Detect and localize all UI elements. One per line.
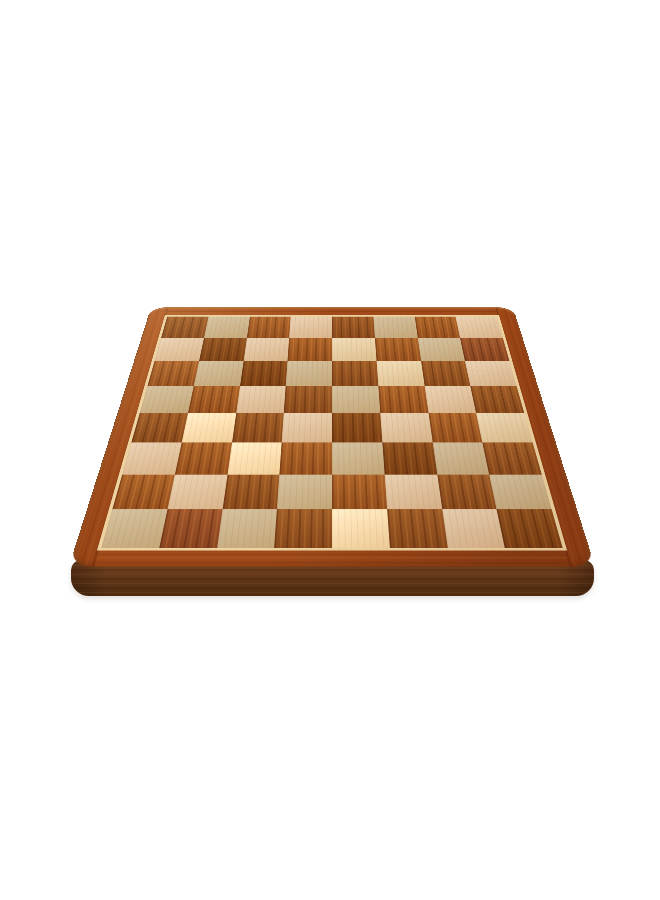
board-square — [428, 413, 482, 442]
board-square — [182, 413, 236, 442]
board-square — [332, 442, 384, 474]
page-background: { "game": "chess", "description": "Angle… — [0, 0, 660, 900]
board-square — [199, 338, 247, 361]
chess-board — [69, 307, 596, 567]
board-square — [131, 413, 187, 442]
board-square — [384, 474, 441, 509]
board-square — [421, 361, 471, 386]
board-square — [332, 338, 376, 361]
board-square — [376, 361, 424, 386]
board-square — [227, 442, 282, 474]
board-perspective-scene — [52, 133, 612, 693]
board-square — [289, 317, 332, 338]
board-square — [378, 386, 428, 413]
board-square — [167, 474, 227, 509]
board-square — [147, 361, 198, 386]
board-square — [442, 509, 505, 548]
board-square — [332, 474, 387, 509]
board-square — [432, 442, 489, 474]
board-square — [332, 509, 390, 548]
board-square — [332, 413, 382, 442]
board-square — [424, 386, 476, 413]
board-square — [217, 509, 277, 548]
board-square — [159, 509, 222, 548]
board-square — [437, 474, 497, 509]
board-square — [161, 317, 208, 338]
board-square — [247, 317, 291, 338]
board-square — [194, 361, 244, 386]
board-square — [417, 338, 465, 361]
board-square — [188, 386, 240, 413]
board-square — [101, 509, 167, 548]
board-square — [243, 338, 289, 361]
board-square — [489, 474, 551, 509]
board-square — [460, 338, 509, 361]
board-square — [236, 386, 286, 413]
board-square — [414, 317, 460, 338]
board-square — [465, 361, 516, 386]
board-square — [288, 338, 332, 361]
board-square — [332, 361, 378, 386]
board-square — [204, 317, 250, 338]
board-square — [375, 338, 421, 361]
board-square — [476, 413, 532, 442]
board-square — [155, 338, 204, 361]
product-photo — [0, 0, 660, 900]
board-square — [380, 413, 432, 442]
board-square — [286, 361, 332, 386]
board-square — [232, 413, 284, 442]
board-square — [497, 509, 563, 548]
board-square — [277, 474, 332, 509]
board-square — [382, 442, 437, 474]
board-square — [240, 361, 288, 386]
board-square — [482, 442, 541, 474]
board-square — [332, 386, 380, 413]
board-square — [470, 386, 524, 413]
board-square — [122, 442, 181, 474]
board-square — [284, 386, 332, 413]
board-square — [373, 317, 417, 338]
board-grid — [101, 317, 562, 548]
board-square — [280, 442, 332, 474]
board-square — [112, 474, 174, 509]
board-square — [175, 442, 232, 474]
board-square — [282, 413, 332, 442]
board-square — [332, 317, 375, 338]
board-square — [387, 509, 447, 548]
board-square — [222, 474, 279, 509]
board-square — [456, 317, 503, 338]
board-square — [140, 386, 194, 413]
board-square — [274, 509, 332, 548]
